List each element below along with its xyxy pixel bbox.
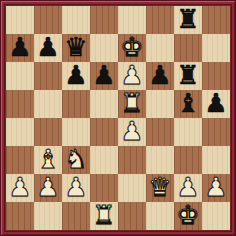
square-h2[interactable]: ♟ <box>202 174 230 202</box>
square-e7[interactable]: ♚ <box>118 34 146 62</box>
square-h5[interactable]: ♟ <box>202 90 230 118</box>
square-h8[interactable] <box>202 6 230 34</box>
black-rook-g8[interactable]: ♜ <box>176 6 199 33</box>
square-c8[interactable] <box>62 6 90 34</box>
board-frame: ♜♟♟♛♚♟♟♟♟♜♜♝♟♟♝♞♟♟♟♛♟♟♜♚ <box>0 0 236 236</box>
white-pawn-b2[interactable]: ♟ <box>36 174 59 201</box>
square-f7[interactable] <box>146 34 174 62</box>
square-d8[interactable] <box>90 6 118 34</box>
black-pawn-d6[interactable]: ♟ <box>92 62 115 89</box>
square-a4[interactable] <box>6 118 34 146</box>
square-g8[interactable]: ♜ <box>174 6 202 34</box>
square-e6[interactable]: ♟ <box>118 62 146 90</box>
square-f4[interactable] <box>146 118 174 146</box>
square-d3[interactable] <box>90 146 118 174</box>
white-pawn-h2[interactable]: ♟ <box>204 174 227 201</box>
white-knight-c3[interactable]: ♞ <box>64 146 87 173</box>
square-c4[interactable] <box>62 118 90 146</box>
square-c5[interactable] <box>62 90 90 118</box>
square-h1[interactable] <box>202 202 230 230</box>
square-c1[interactable] <box>62 202 90 230</box>
white-queen-f2[interactable]: ♛ <box>148 174 171 201</box>
square-b8[interactable] <box>34 6 62 34</box>
square-b1[interactable] <box>34 202 62 230</box>
white-pawn-g2[interactable]: ♟ <box>176 174 199 201</box>
square-h6[interactable] <box>202 62 230 90</box>
square-e1[interactable] <box>118 202 146 230</box>
square-h4[interactable] <box>202 118 230 146</box>
white-rook-d1[interactable]: ♜ <box>92 202 115 229</box>
black-pawn-b7[interactable]: ♟ <box>36 34 59 61</box>
square-c2[interactable]: ♟ <box>62 174 90 202</box>
black-bishop-g5[interactable]: ♝ <box>176 90 199 117</box>
square-a5[interactable] <box>6 90 34 118</box>
square-d5[interactable] <box>90 90 118 118</box>
square-d7[interactable] <box>90 34 118 62</box>
square-g3[interactable] <box>174 146 202 174</box>
white-rook-e5[interactable]: ♜ <box>120 90 143 117</box>
white-pawn-e6[interactable]: ♟ <box>120 62 143 89</box>
square-g7[interactable] <box>174 34 202 62</box>
square-a2[interactable]: ♟ <box>6 174 34 202</box>
square-d4[interactable] <box>90 118 118 146</box>
square-a7[interactable]: ♟ <box>6 34 34 62</box>
chess-board: ♜♟♟♛♚♟♟♟♟♜♜♝♟♟♝♞♟♟♟♛♟♟♜♚ <box>5 5 231 231</box>
square-f8[interactable] <box>146 6 174 34</box>
white-pawn-c2[interactable]: ♟ <box>64 174 87 201</box>
square-c6[interactable]: ♟ <box>62 62 90 90</box>
square-g4[interactable] <box>174 118 202 146</box>
white-pawn-a2[interactable]: ♟ <box>8 174 31 201</box>
white-bishop-b3[interactable]: ♝ <box>36 146 59 173</box>
square-d6[interactable]: ♟ <box>90 62 118 90</box>
square-f3[interactable] <box>146 146 174 174</box>
square-d2[interactable] <box>90 174 118 202</box>
square-f2[interactable]: ♛ <box>146 174 174 202</box>
square-b4[interactable] <box>34 118 62 146</box>
square-a1[interactable] <box>6 202 34 230</box>
square-f1[interactable] <box>146 202 174 230</box>
square-f5[interactable] <box>146 90 174 118</box>
black-pawn-f6[interactable]: ♟ <box>148 62 171 89</box>
white-king-e7[interactable]: ♚ <box>120 34 143 61</box>
square-c3[interactable]: ♞ <box>62 146 90 174</box>
square-g5[interactable]: ♝ <box>174 90 202 118</box>
square-e5[interactable]: ♜ <box>118 90 146 118</box>
square-g6[interactable]: ♜ <box>174 62 202 90</box>
square-h7[interactable] <box>202 34 230 62</box>
black-pawn-a7[interactable]: ♟ <box>8 34 31 61</box>
white-pawn-e4[interactable]: ♟ <box>120 118 143 145</box>
square-e3[interactable] <box>118 146 146 174</box>
square-b3[interactable]: ♝ <box>34 146 62 174</box>
black-pawn-c6[interactable]: ♟ <box>64 62 87 89</box>
square-e8[interactable] <box>118 6 146 34</box>
black-queen-c7[interactable]: ♛ <box>64 34 87 61</box>
square-e4[interactable]: ♟ <box>118 118 146 146</box>
square-g2[interactable]: ♟ <box>174 174 202 202</box>
square-a3[interactable] <box>6 146 34 174</box>
square-b5[interactable] <box>34 90 62 118</box>
square-e2[interactable] <box>118 174 146 202</box>
white-king-g1[interactable]: ♚ <box>176 202 199 229</box>
black-pawn-h5[interactable]: ♟ <box>204 90 227 117</box>
square-b7[interactable]: ♟ <box>34 34 62 62</box>
square-g1[interactable]: ♚ <box>174 202 202 230</box>
square-a6[interactable] <box>6 62 34 90</box>
square-h3[interactable] <box>202 146 230 174</box>
square-b2[interactable]: ♟ <box>34 174 62 202</box>
square-b6[interactable] <box>34 62 62 90</box>
square-c7[interactable]: ♛ <box>62 34 90 62</box>
square-d1[interactable]: ♜ <box>90 202 118 230</box>
square-a8[interactable] <box>6 6 34 34</box>
black-rook-g6[interactable]: ♜ <box>176 62 199 89</box>
square-f6[interactable]: ♟ <box>146 62 174 90</box>
